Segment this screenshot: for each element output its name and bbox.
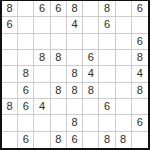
sudoku-cell[interactable]: 8 [18,66,34,82]
sudoku-cell[interactable] [18,1,34,17]
sudoku-cell[interactable]: 8 [51,50,67,66]
sudoku-cell[interactable] [83,34,99,50]
sudoku-cell[interactable]: 8 [99,1,115,17]
sudoku-cell[interactable] [2,34,18,50]
sudoku-cell[interactable]: 8 [67,83,83,99]
sudoku-cell[interactable] [99,34,115,50]
sudoku-cell[interactable]: 8 [83,83,99,99]
sudoku-cell[interactable] [51,17,67,33]
sudoku-cell[interactable]: 4 [67,17,83,33]
sudoku-cell[interactable]: 6 [18,99,34,115]
sudoku-cell[interactable] [116,66,132,82]
sudoku-cell[interactable]: 8 [51,83,67,99]
sudoku-cell[interactable]: 8 [116,132,132,148]
sudoku-cell[interactable]: 8 [67,1,83,17]
sudoku-cell[interactable] [34,66,50,82]
sudoku-cell[interactable] [116,115,132,131]
sudoku-cell[interactable]: 8 [132,83,148,99]
sudoku-cell[interactable]: 8 [2,99,18,115]
sudoku-cell[interactable]: 8 [67,66,83,82]
sudoku-cell[interactable] [2,115,18,131]
sudoku-cell[interactable] [116,99,132,115]
sudoku-cell[interactable]: 4 [132,66,148,82]
sudoku-cell[interactable] [99,115,115,131]
sudoku-cell[interactable]: 4 [34,99,50,115]
sudoku-cell[interactable]: 6 [132,34,148,50]
sudoku-cell[interactable] [83,115,99,131]
sudoku-cell[interactable] [51,66,67,82]
sudoku-cell[interactable] [132,132,148,148]
sudoku-board: 8668866466886888446888886468668688 [0,0,150,150]
sudoku-cell[interactable]: 8 [34,50,50,66]
sudoku-cell[interactable] [18,34,34,50]
sudoku-cell[interactable] [2,66,18,82]
sudoku-cell[interactable] [34,17,50,33]
sudoku-cell[interactable]: 6 [34,1,50,17]
sudoku-cell[interactable] [132,17,148,33]
sudoku-cell[interactable]: 6 [83,50,99,66]
sudoku-cell[interactable] [116,83,132,99]
sudoku-cell[interactable] [99,50,115,66]
sudoku-cell[interactable] [2,50,18,66]
sudoku-cell[interactable] [18,115,34,131]
sudoku-cell[interactable] [2,132,18,148]
sudoku-cell[interactable]: 4 [83,66,99,82]
sudoku-cell[interactable] [34,34,50,50]
sudoku-cell[interactable] [51,115,67,131]
sudoku-cell[interactable] [51,99,67,115]
sudoku-cell[interactable] [132,99,148,115]
sudoku-cell[interactable]: 8 [132,50,148,66]
sudoku-cell[interactable] [116,34,132,50]
sudoku-cell[interactable] [116,1,132,17]
sudoku-cell[interactable]: 6 [132,1,148,17]
sudoku-cell[interactable]: 6 [18,132,34,148]
sudoku-cell[interactable] [34,83,50,99]
sudoku-cell[interactable] [67,50,83,66]
sudoku-cell[interactable] [99,83,115,99]
sudoku-cell[interactable] [18,17,34,33]
sudoku-cell[interactable]: 8 [51,132,67,148]
sudoku-cell[interactable]: 8 [67,115,83,131]
sudoku-cell[interactable] [34,132,50,148]
sudoku-cell[interactable]: 6 [2,17,18,33]
sudoku-cell[interactable] [67,34,83,50]
sudoku-cell[interactable]: 8 [99,132,115,148]
sudoku-cell[interactable]: 8 [2,1,18,17]
sudoku-cell[interactable] [18,50,34,66]
sudoku-cell[interactable] [67,99,83,115]
sudoku-cell[interactable] [83,132,99,148]
sudoku-cell[interactable] [2,83,18,99]
sudoku-cell[interactable]: 6 [18,83,34,99]
sudoku-cell[interactable]: 6 [99,99,115,115]
sudoku-cell[interactable] [83,1,99,17]
sudoku-cell[interactable]: 6 [132,115,148,131]
sudoku-cell[interactable]: 6 [51,1,67,17]
sudoku-cell[interactable] [99,66,115,82]
sudoku-cell[interactable]: 6 [99,17,115,33]
sudoku-cell[interactable] [83,17,99,33]
sudoku-cell[interactable] [116,50,132,66]
sudoku-cell[interactable] [116,17,132,33]
sudoku-cell[interactable] [83,99,99,115]
sudoku-cell[interactable]: 6 [67,132,83,148]
sudoku-cell[interactable] [51,34,67,50]
sudoku-cell[interactable] [34,115,50,131]
